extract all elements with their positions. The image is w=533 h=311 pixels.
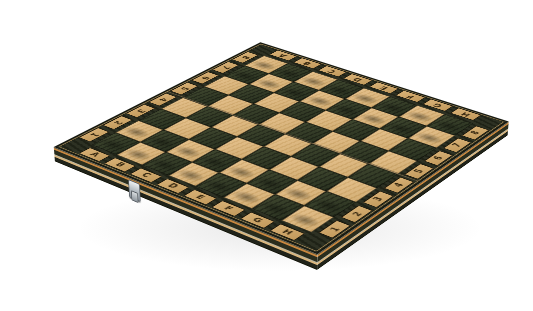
scene: AA88BB77CC66DD55EE44FF33GG22HH11♜♞♝♛♚♝♞♜…: [0, 0, 533, 311]
chess-board: AA88BB77CC66DD55EE44FF33GG22HH11♜♞♝♛♚♝♞♜…: [54, 42, 509, 254]
black-pawn-glyph: ♟: [283, 50, 309, 92]
black-pawn-glyph: ♟: [258, 42, 284, 83]
black-pawn-glyph: ♟: [309, 58, 336, 100]
white-rook-glyph: ♜: [289, 160, 327, 219]
black-pawn-glyph: ♟: [389, 84, 417, 128]
black-pawn-glyph: ♟: [418, 93, 446, 137]
black-pawn-glyph: ♟: [234, 34, 260, 75]
clasp-latch: [128, 179, 141, 202]
photo-stage: AA88BB77CC66DD55EE44FF33GG22HH11♜♞♝♛♚♝♞♜…: [0, 0, 533, 311]
black-pawn-glyph: ♟: [335, 66, 362, 109]
black-pawn-glyph: ♟: [362, 75, 389, 118]
